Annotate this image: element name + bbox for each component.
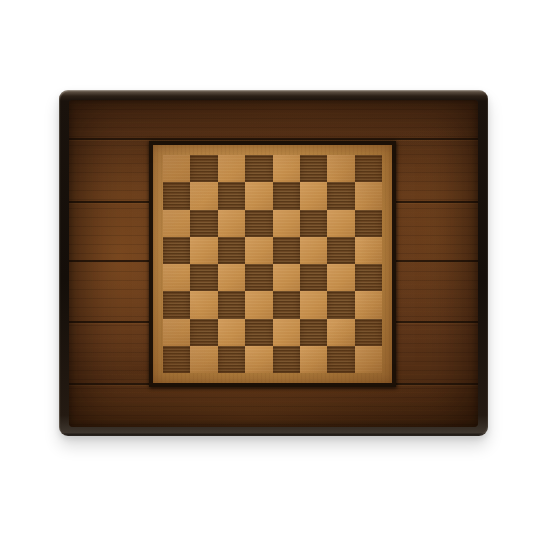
square-e4 (273, 264, 300, 291)
plank-seam (69, 260, 149, 262)
square-c4 (218, 264, 245, 291)
square-a3 (163, 291, 190, 318)
square-d8 (245, 155, 272, 182)
square-d1 (245, 346, 272, 373)
square-f6 (300, 210, 327, 237)
square-c6 (218, 210, 245, 237)
square-c2 (218, 319, 245, 346)
plank-seam (396, 321, 478, 323)
square-b4 (190, 264, 217, 291)
square-d4 (245, 264, 272, 291)
square-b7 (190, 182, 217, 209)
square-h3 (355, 291, 382, 318)
square-c1 (218, 346, 245, 373)
square-g2 (327, 319, 354, 346)
plank-seam (69, 201, 149, 203)
game-table-top (59, 90, 488, 436)
square-h7 (355, 182, 382, 209)
square-b5 (190, 237, 217, 264)
square-c3 (218, 291, 245, 318)
square-h2 (355, 319, 382, 346)
board-margin (153, 145, 392, 383)
plank-seam (69, 321, 149, 323)
square-g3 (327, 291, 354, 318)
square-e1 (273, 346, 300, 373)
square-d5 (245, 237, 272, 264)
square-a2 (163, 319, 190, 346)
square-e2 (273, 319, 300, 346)
square-g7 (327, 182, 354, 209)
square-a6 (163, 210, 190, 237)
square-e5 (273, 237, 300, 264)
walnut-plank-frame (69, 100, 478, 427)
square-g1 (327, 346, 354, 373)
square-g4 (327, 264, 354, 291)
square-g8 (327, 155, 354, 182)
square-a7 (163, 182, 190, 209)
square-h8 (355, 155, 382, 182)
plank-seam (69, 383, 149, 385)
square-h1 (355, 346, 382, 373)
square-d7 (245, 182, 272, 209)
square-h4 (355, 264, 382, 291)
square-f2 (300, 319, 327, 346)
square-f8 (300, 155, 327, 182)
square-e6 (273, 210, 300, 237)
square-b2 (190, 319, 217, 346)
square-c8 (218, 155, 245, 182)
square-a5 (163, 237, 190, 264)
square-g5 (327, 237, 354, 264)
square-c7 (218, 182, 245, 209)
square-e3 (273, 291, 300, 318)
square-f5 (300, 237, 327, 264)
square-g6 (327, 210, 354, 237)
product-photo-background (0, 0, 550, 550)
plank-seam (396, 260, 478, 262)
square-b3 (190, 291, 217, 318)
square-d2 (245, 319, 272, 346)
square-b1 (190, 346, 217, 373)
square-c5 (218, 237, 245, 264)
square-a8 (163, 155, 190, 182)
chessboard-inlay (149, 141, 396, 387)
square-d6 (245, 210, 272, 237)
plank-seam (69, 138, 478, 140)
square-e7 (273, 182, 300, 209)
square-b6 (190, 210, 217, 237)
square-a4 (163, 264, 190, 291)
square-h5 (355, 237, 382, 264)
square-e8 (273, 155, 300, 182)
plank-seam (396, 383, 478, 385)
square-f4 (300, 264, 327, 291)
square-b8 (190, 155, 217, 182)
plank-seam (396, 201, 478, 203)
checker-grid (163, 155, 382, 373)
square-f1 (300, 346, 327, 373)
square-d3 (245, 291, 272, 318)
square-h6 (355, 210, 382, 237)
square-f7 (300, 182, 327, 209)
square-f3 (300, 291, 327, 318)
square-a1 (163, 346, 190, 373)
